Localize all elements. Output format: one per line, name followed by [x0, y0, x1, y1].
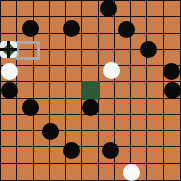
cell-r2-c0[interactable]: [1, 34, 17, 50]
cell-r0-c4[interactable]: [66, 1, 82, 17]
cell-r4-c1[interactable]: [17, 66, 33, 82]
cell-r6-c7[interactable]: [115, 99, 131, 115]
cell-r2-c4[interactable]: [66, 34, 82, 50]
cell-r5-c9[interactable]: [147, 82, 163, 98]
cell-r5-c6[interactable]: [99, 82, 115, 98]
cell-r6-c8[interactable]: [131, 99, 147, 115]
cell-r8-c9[interactable]: [147, 131, 163, 147]
cell-r5-c7[interactable]: [115, 82, 131, 98]
cell-r10-c5[interactable]: [82, 164, 98, 180]
cell-r8-c5[interactable]: [82, 131, 98, 147]
cell-r7-c9[interactable]: [147, 115, 163, 131]
cell-r6-c4[interactable]: [66, 99, 82, 115]
cell-r4-c5[interactable]: [82, 66, 98, 82]
cell-r1-c2[interactable]: [34, 17, 50, 33]
cell-r9-c0[interactable]: [1, 147, 17, 163]
cell-r5-c10[interactable]: [164, 82, 180, 98]
cell-r4-c10[interactable]: [164, 66, 180, 82]
cell-r9-c9[interactable]: [147, 147, 163, 163]
cell-r1-c3[interactable]: [50, 17, 66, 33]
cell-r10-c2[interactable]: [34, 164, 50, 180]
cell-r8-c6[interactable]: [99, 131, 115, 147]
cell-r10-c9[interactable]: [147, 164, 163, 180]
cell-r3-c10[interactable]: [164, 50, 180, 66]
cell-r2-c3[interactable]: [50, 34, 66, 50]
cell-r3-c0[interactable]: [1, 50, 17, 66]
cell-r5-c8[interactable]: [131, 82, 147, 98]
cell-r1-c0[interactable]: [1, 17, 17, 33]
cell-r0-c6[interactable]: [99, 1, 115, 17]
cell-r10-c0[interactable]: [1, 164, 17, 180]
cell-r3-c9[interactable]: [147, 50, 163, 66]
cell-r1-c6[interactable]: [99, 17, 115, 33]
cell-r9-c5[interactable]: [82, 147, 98, 163]
cell-r4-c8[interactable]: [131, 66, 147, 82]
cell-r5-c3[interactable]: [50, 82, 66, 98]
cell-r8-c0[interactable]: [1, 131, 17, 147]
cell-r1-c4[interactable]: [66, 17, 82, 33]
cell-r6-c10[interactable]: [164, 99, 180, 115]
cell-r10-c10[interactable]: [164, 164, 180, 180]
cell-r4-c4[interactable]: [66, 66, 82, 82]
cell-r0-c0[interactable]: [1, 1, 17, 17]
cell-r3-c6[interactable]: [99, 50, 115, 66]
game-stage: [0, 0, 181, 181]
cell-r8-c7[interactable]: [115, 131, 131, 147]
cell-r3-c1[interactable]: [17, 50, 33, 66]
cell-r10-c7[interactable]: [115, 164, 131, 180]
cell-r7-c0[interactable]: [1, 115, 17, 131]
cell-r9-c2[interactable]: [34, 147, 50, 163]
cell-r10-c8[interactable]: [131, 164, 147, 180]
cell-r7-c4[interactable]: [66, 115, 82, 131]
cell-r9-c6[interactable]: [99, 147, 115, 163]
cell-r6-c9[interactable]: [147, 99, 163, 115]
cell-r4-c3[interactable]: [50, 66, 66, 82]
cell-r8-c8[interactable]: [131, 131, 147, 147]
cell-r2-c7[interactable]: [115, 34, 131, 50]
cell-r0-c7[interactable]: [115, 1, 131, 17]
cell-r6-c5[interactable]: [82, 99, 98, 115]
cell-r3-c7[interactable]: [115, 50, 131, 66]
cell-r1-c5[interactable]: [82, 17, 98, 33]
cell-r3-c4[interactable]: [66, 50, 82, 66]
cell-r8-c1[interactable]: [17, 131, 33, 147]
cell-r5-c5[interactable]: [82, 82, 98, 98]
cell-r7-c5[interactable]: [82, 115, 98, 131]
cell-r2-c6[interactable]: [99, 34, 115, 50]
cell-r5-c2[interactable]: [34, 82, 50, 98]
cell-r0-c1[interactable]: [17, 1, 33, 17]
cell-r8-c2[interactable]: [34, 131, 50, 147]
cell-r2-c10[interactable]: [164, 34, 180, 50]
cell-r2-c1[interactable]: [17, 34, 33, 50]
cell-r3-c8[interactable]: [131, 50, 147, 66]
cell-r7-c7[interactable]: [115, 115, 131, 131]
cell-r10-c1[interactable]: [17, 164, 33, 180]
cell-r5-c0[interactable]: [1, 82, 17, 98]
cell-r7-c10[interactable]: [164, 115, 180, 131]
cell-r0-c8[interactable]: [131, 1, 147, 17]
cell-r6-c2[interactable]: [34, 99, 50, 115]
cell-r9-c8[interactable]: [131, 147, 147, 163]
cell-r9-c10[interactable]: [164, 147, 180, 163]
cell-r6-c6[interactable]: [99, 99, 115, 115]
cell-r9-c1[interactable]: [17, 147, 33, 163]
cell-r1-c10[interactable]: [164, 17, 180, 33]
cell-r1-c8[interactable]: [131, 17, 147, 33]
cell-r10-c3[interactable]: [50, 164, 66, 180]
cell-r0-c3[interactable]: [50, 1, 66, 17]
cell-r10-c4[interactable]: [66, 164, 82, 180]
cell-r7-c3[interactable]: [50, 115, 66, 131]
cell-r0-c10[interactable]: [164, 1, 180, 17]
cell-r2-c2[interactable]: [34, 34, 50, 50]
cell-r8-c10[interactable]: [164, 131, 180, 147]
cell-r4-c6[interactable]: [99, 66, 115, 82]
cell-r7-c2[interactable]: [34, 115, 50, 131]
cell-r8-c4[interactable]: [66, 131, 82, 147]
cell-r6-c3[interactable]: [50, 99, 66, 115]
cell-r1-c1[interactable]: [17, 17, 33, 33]
cell-r7-c1[interactable]: [17, 115, 33, 131]
cell-r4-c2[interactable]: [34, 66, 50, 82]
cell-r1-c9[interactable]: [147, 17, 163, 33]
cell-r4-c9[interactable]: [147, 66, 163, 82]
cell-r5-c1[interactable]: [17, 82, 33, 98]
cell-r4-c7[interactable]: [115, 66, 131, 82]
cell-r2-c8[interactable]: [131, 34, 147, 50]
cell-r3-c5[interactable]: [82, 50, 98, 66]
cell-r2-c5[interactable]: [82, 34, 98, 50]
cell-r0-c5[interactable]: [82, 1, 98, 17]
cell-r9-c4[interactable]: [66, 147, 82, 163]
cell-r1-c7[interactable]: [115, 17, 131, 33]
game-board[interactable]: [0, 0, 181, 181]
cell-r0-c9[interactable]: [147, 1, 163, 17]
cell-r3-c3[interactable]: [50, 50, 66, 66]
cell-r4-c0[interactable]: [1, 66, 17, 82]
cell-r8-c3[interactable]: [50, 131, 66, 147]
cell-r5-c4[interactable]: [66, 82, 82, 98]
cell-r7-c6[interactable]: [99, 115, 115, 131]
cell-r9-c7[interactable]: [115, 147, 131, 163]
cell-r7-c8[interactable]: [131, 115, 147, 131]
cell-r9-c3[interactable]: [50, 147, 66, 163]
cell-r6-c0[interactable]: [1, 99, 17, 115]
cell-r3-c2[interactable]: [34, 50, 50, 66]
cell-r2-c9[interactable]: [147, 34, 163, 50]
cell-r10-c6[interactable]: [99, 164, 115, 180]
cell-r0-c2[interactable]: [34, 1, 50, 17]
cell-r6-c1[interactable]: [17, 99, 33, 115]
